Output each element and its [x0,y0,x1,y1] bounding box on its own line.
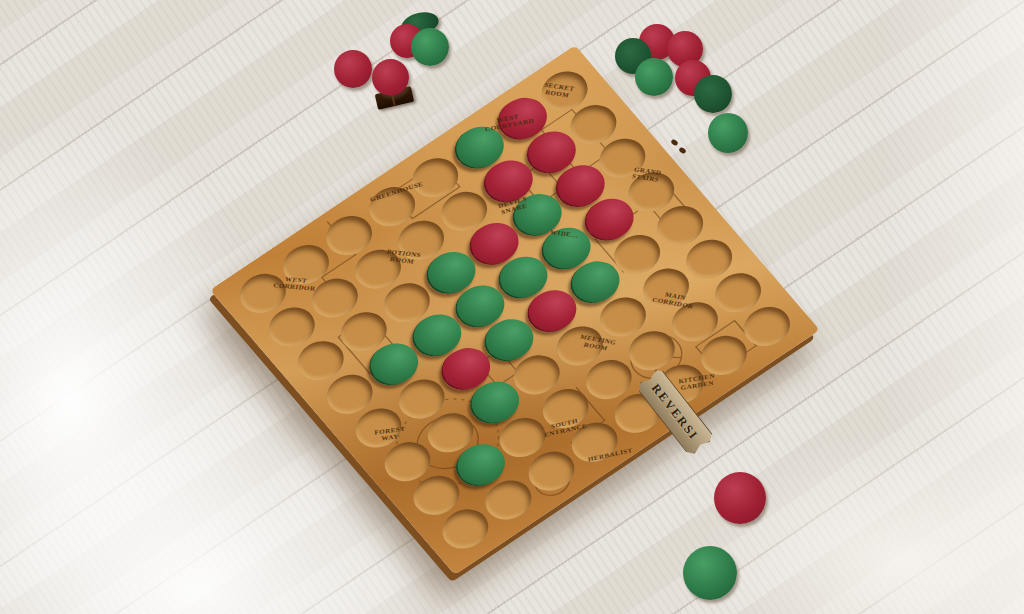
green-disc-floor[interactable] [708,113,748,153]
red-disc-floor[interactable] [714,472,766,524]
green-disc-floor[interactable] [683,546,737,600]
photo-stage: SECRET ROOMGRAND STAIRSWEST COURTYARDDEV… [0,0,1024,614]
green-disc-floor[interactable] [411,28,449,66]
red-disc-floor[interactable] [372,59,409,96]
red-disc-floor[interactable] [334,50,372,88]
green-disc-floor[interactable] [635,58,673,96]
green-disc-floor[interactable] [694,75,732,113]
